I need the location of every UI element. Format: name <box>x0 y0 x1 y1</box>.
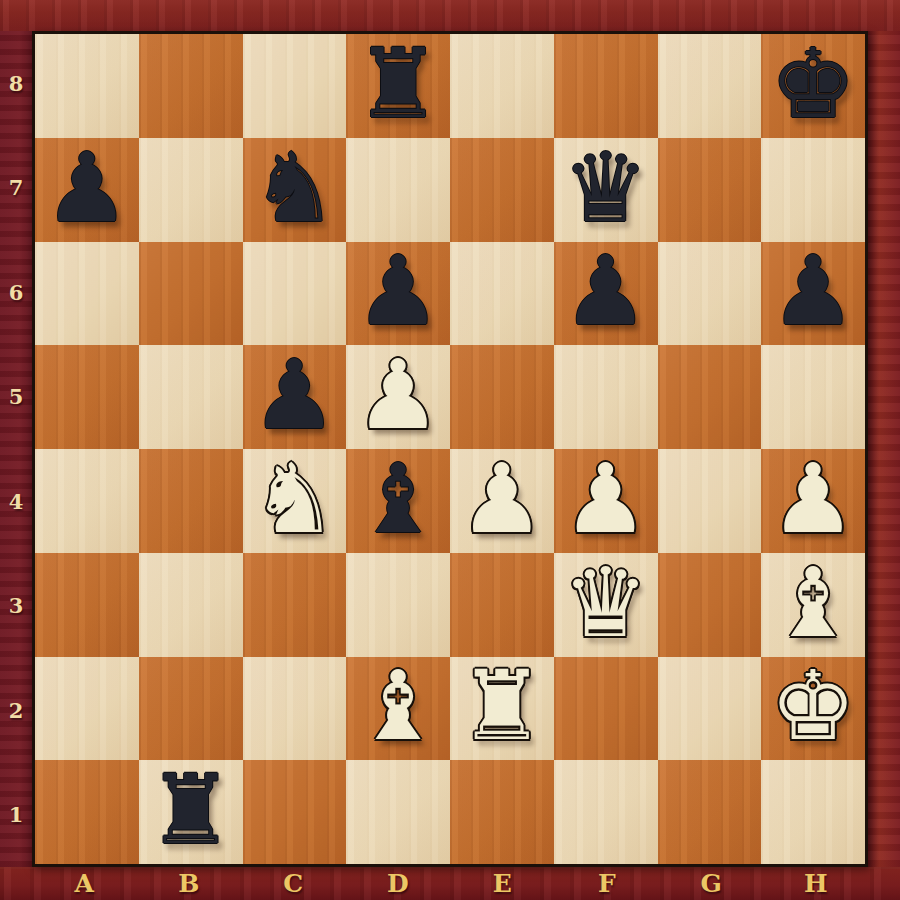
rank-label-4: 4 <box>0 449 32 554</box>
white-pawn-h4[interactable]: ♟ <box>770 451 856 547</box>
square-c6[interactable] <box>243 242 347 346</box>
square-e8[interactable] <box>450 34 554 138</box>
frame-right-edge <box>868 31 900 867</box>
square-h8[interactable]: ♚ <box>761 34 865 138</box>
square-d4[interactable]: ♝ <box>346 449 450 553</box>
rank-label-7: 7 <box>0 136 32 241</box>
rank-label-2: 2 <box>0 658 32 763</box>
frame-top-edge <box>0 0 900 31</box>
board-frame: 87654321 ABCDEFGH ♜♚♟♞♛♟♟♟♟♟♞♝♟♟♟♛♝♝♜♚♜ <box>0 0 900 900</box>
black-pawn-h6[interactable]: ♟ <box>770 243 856 339</box>
square-f6[interactable]: ♟ <box>554 242 658 346</box>
file-label-e: E <box>450 867 555 900</box>
square-a4[interactable] <box>35 449 139 553</box>
square-b5[interactable] <box>139 345 243 449</box>
rank-labels: 87654321 <box>0 31 32 867</box>
square-f2[interactable] <box>554 657 658 761</box>
black-bishop-d4[interactable]: ♝ <box>355 451 441 547</box>
square-c3[interactable] <box>243 553 347 657</box>
white-bishop-h3[interactable]: ♝ <box>770 555 856 651</box>
black-pawn-f6[interactable]: ♟ <box>563 243 649 339</box>
square-f3[interactable]: ♛ <box>554 553 658 657</box>
square-e2[interactable]: ♜ <box>450 657 554 761</box>
square-e6[interactable] <box>450 242 554 346</box>
file-label-b: B <box>137 867 242 900</box>
square-g2[interactable] <box>658 657 762 761</box>
square-d3[interactable] <box>346 553 450 657</box>
square-b6[interactable] <box>139 242 243 346</box>
rank-label-5: 5 <box>0 345 32 450</box>
square-h3[interactable]: ♝ <box>761 553 865 657</box>
white-pawn-e4[interactable]: ♟ <box>459 451 545 547</box>
white-king-h2[interactable]: ♚ <box>770 658 856 754</box>
square-f5[interactable] <box>554 345 658 449</box>
square-g7[interactable] <box>658 138 762 242</box>
square-e5[interactable] <box>450 345 554 449</box>
square-d1[interactable] <box>346 760 450 864</box>
file-labels: ABCDEFGH <box>32 867 868 900</box>
square-b2[interactable] <box>139 657 243 761</box>
square-a1[interactable] <box>35 760 139 864</box>
file-label-c: C <box>241 867 346 900</box>
square-d6[interactable]: ♟ <box>346 242 450 346</box>
square-d7[interactable] <box>346 138 450 242</box>
square-g4[interactable] <box>658 449 762 553</box>
square-h5[interactable] <box>761 345 865 449</box>
square-c4[interactable]: ♞ <box>243 449 347 553</box>
square-g6[interactable] <box>658 242 762 346</box>
square-f1[interactable] <box>554 760 658 864</box>
square-c7[interactable]: ♞ <box>243 138 347 242</box>
square-b4[interactable] <box>139 449 243 553</box>
rank-label-3: 3 <box>0 554 32 659</box>
square-d2[interactable]: ♝ <box>346 657 450 761</box>
square-b8[interactable] <box>139 34 243 138</box>
white-knight-c4[interactable]: ♞ <box>251 451 337 547</box>
square-h1[interactable] <box>761 760 865 864</box>
square-g8[interactable] <box>658 34 762 138</box>
square-h7[interactable] <box>761 138 865 242</box>
file-label-h: H <box>764 867 869 900</box>
file-label-g: G <box>659 867 764 900</box>
square-h4[interactable]: ♟ <box>761 449 865 553</box>
square-e7[interactable] <box>450 138 554 242</box>
square-c8[interactable] <box>243 34 347 138</box>
black-pawn-d6[interactable]: ♟ <box>355 243 441 339</box>
file-label-f: F <box>555 867 660 900</box>
square-g5[interactable] <box>658 345 762 449</box>
square-b1[interactable]: ♜ <box>139 760 243 864</box>
square-g3[interactable] <box>658 553 762 657</box>
white-pawn-d5[interactable]: ♟ <box>355 347 441 443</box>
file-label-a: A <box>32 867 137 900</box>
square-b7[interactable] <box>139 138 243 242</box>
square-d8[interactable]: ♜ <box>346 34 450 138</box>
black-rook-d8[interactable]: ♜ <box>355 36 441 132</box>
black-pawn-a7[interactable]: ♟ <box>44 140 130 236</box>
black-queen-f7[interactable]: ♛ <box>563 140 649 236</box>
square-a6[interactable] <box>35 242 139 346</box>
white-queen-f3[interactable]: ♛ <box>563 555 649 651</box>
square-c5[interactable]: ♟ <box>243 345 347 449</box>
square-c1[interactable] <box>243 760 347 864</box>
square-a3[interactable] <box>35 553 139 657</box>
square-a2[interactable] <box>35 657 139 761</box>
square-f7[interactable]: ♛ <box>554 138 658 242</box>
square-g1[interactable] <box>658 760 762 864</box>
rank-label-6: 6 <box>0 240 32 345</box>
square-a5[interactable] <box>35 345 139 449</box>
white-bishop-d2[interactable]: ♝ <box>355 658 441 754</box>
square-f8[interactable] <box>554 34 658 138</box>
square-b3[interactable] <box>139 553 243 657</box>
white-pawn-f4[interactable]: ♟ <box>563 451 649 547</box>
square-e4[interactable]: ♟ <box>450 449 554 553</box>
white-rook-e2[interactable]: ♜ <box>459 658 545 754</box>
black-pawn-c5[interactable]: ♟ <box>251 347 337 443</box>
black-knight-c7[interactable]: ♞ <box>251 140 337 236</box>
square-a7[interactable]: ♟ <box>35 138 139 242</box>
square-c2[interactable] <box>243 657 347 761</box>
square-e3[interactable] <box>450 553 554 657</box>
black-king-h8[interactable]: ♚ <box>770 36 856 132</box>
square-d5[interactable]: ♟ <box>346 345 450 449</box>
black-rook-b1[interactable]: ♜ <box>148 762 234 858</box>
rank-label-1: 1 <box>0 763 32 868</box>
square-h6[interactable]: ♟ <box>761 242 865 346</box>
file-label-d: D <box>346 867 451 900</box>
rank-label-8: 8 <box>0 31 32 136</box>
square-h2[interactable]: ♚ <box>761 657 865 761</box>
square-a8[interactable] <box>35 34 139 138</box>
chess-board: ♜♚♟♞♛♟♟♟♟♟♞♝♟♟♟♛♝♝♜♚♜ <box>32 31 868 867</box>
square-f4[interactable]: ♟ <box>554 449 658 553</box>
square-e1[interactable] <box>450 760 554 864</box>
